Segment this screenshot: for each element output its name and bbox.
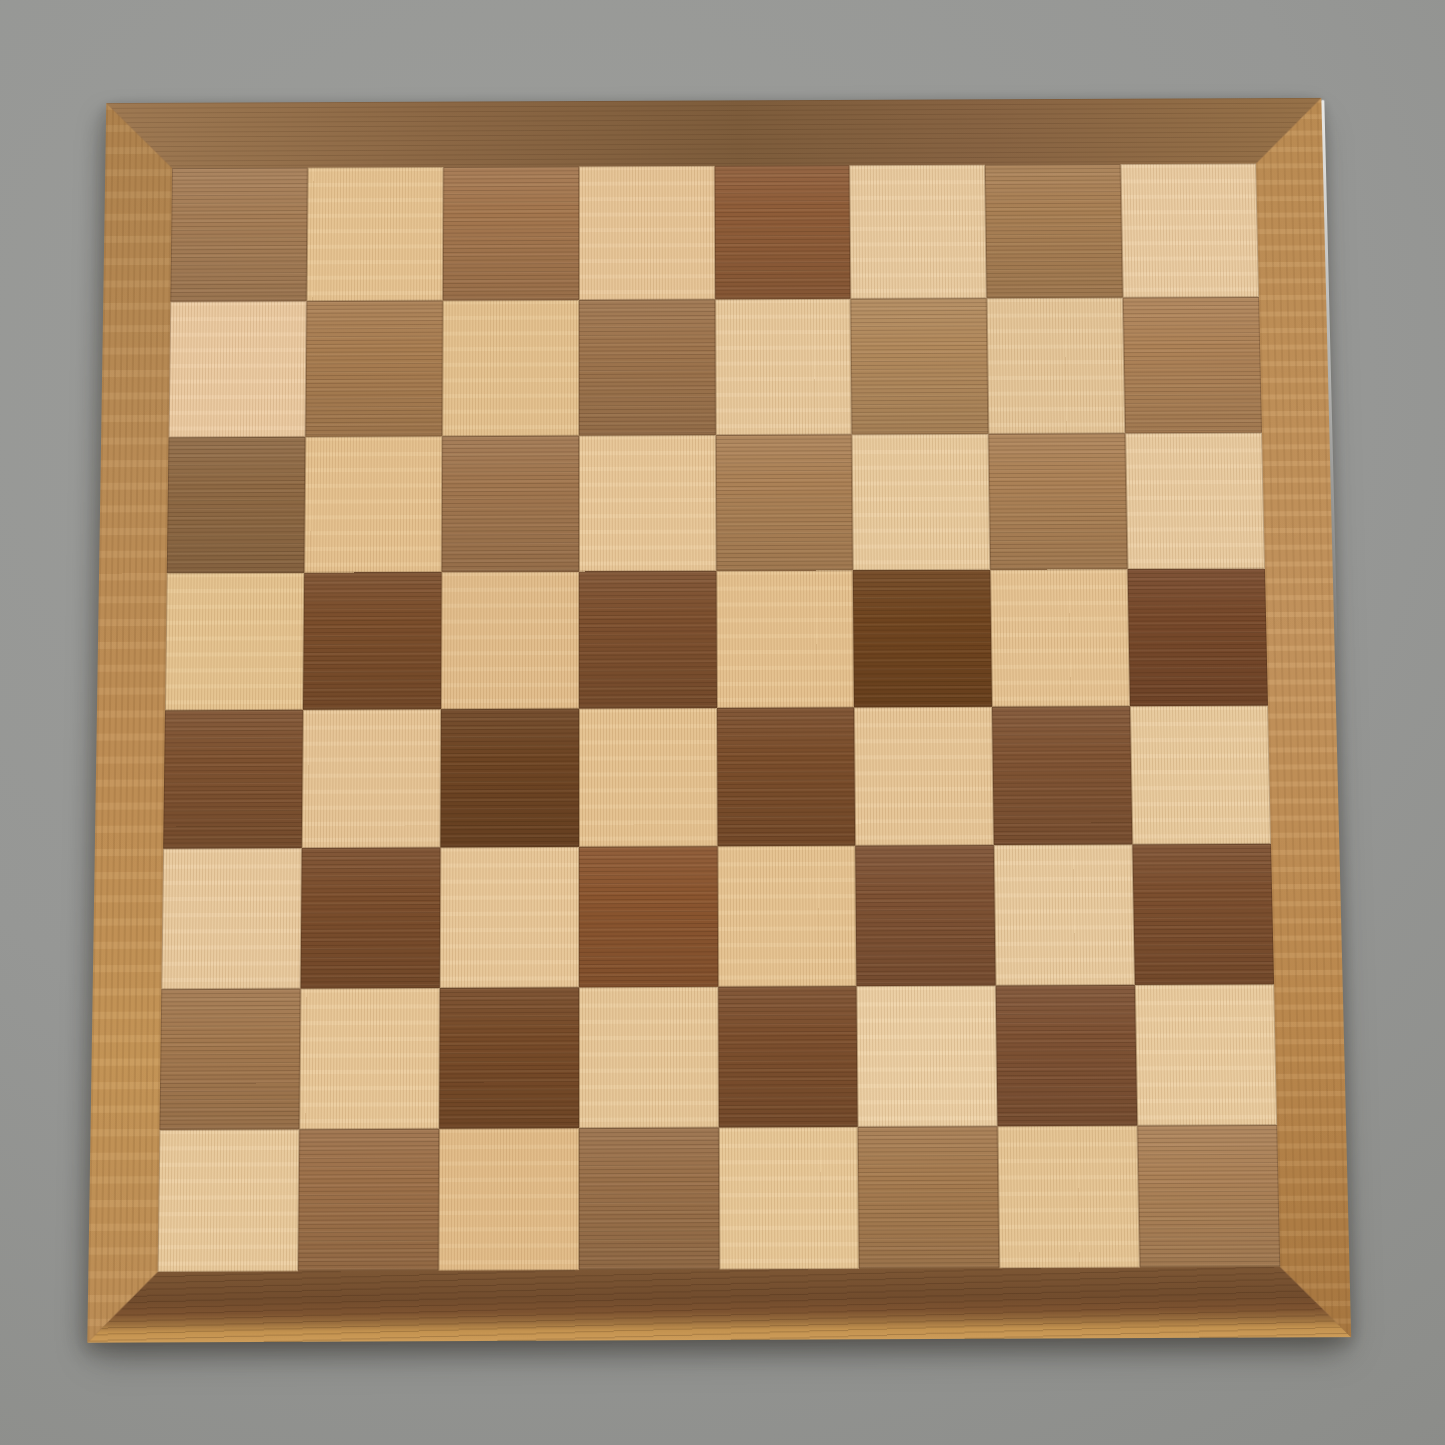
square-f8[interactable] <box>850 165 987 299</box>
square-g1[interactable] <box>998 1125 1140 1268</box>
square-a2[interactable] <box>159 988 300 1130</box>
square-d2[interactable] <box>579 986 719 1128</box>
square-h7[interactable] <box>1123 297 1262 433</box>
square-e8[interactable] <box>714 165 851 299</box>
square-b7[interactable] <box>305 301 442 437</box>
square-c8[interactable] <box>443 166 579 300</box>
square-b5[interactable] <box>303 572 441 710</box>
square-c5[interactable] <box>441 571 579 709</box>
square-h8[interactable] <box>1121 164 1259 298</box>
frame-bottom-rail <box>87 1267 1351 1343</box>
square-d8[interactable] <box>579 166 715 300</box>
square-a1[interactable] <box>158 1129 300 1272</box>
square-f3[interactable] <box>856 845 996 985</box>
square-b4[interactable] <box>302 709 441 848</box>
square-c2[interactable] <box>439 987 579 1129</box>
square-b3[interactable] <box>300 848 440 988</box>
desk-surface <box>0 0 1445 1445</box>
square-c4[interactable] <box>440 709 578 848</box>
frame-top-rail <box>105 98 1323 169</box>
square-c1[interactable] <box>438 1128 578 1271</box>
board-squares-grid <box>158 164 1281 1272</box>
square-g4[interactable] <box>992 706 1132 845</box>
square-a8[interactable] <box>170 168 307 302</box>
square-d4[interactable] <box>579 708 717 847</box>
chessboard <box>87 98 1351 1343</box>
square-b1[interactable] <box>298 1128 439 1271</box>
square-f1[interactable] <box>858 1126 1000 1269</box>
square-g3[interactable] <box>994 845 1135 985</box>
square-f2[interactable] <box>857 985 998 1127</box>
square-e3[interactable] <box>717 846 857 986</box>
square-a6[interactable] <box>167 436 305 573</box>
square-e4[interactable] <box>717 707 856 846</box>
square-c6[interactable] <box>441 435 578 572</box>
square-g2[interactable] <box>996 984 1138 1126</box>
square-h3[interactable] <box>1133 844 1275 984</box>
square-a4[interactable] <box>163 710 303 849</box>
square-a7[interactable] <box>169 301 307 437</box>
square-d5[interactable] <box>579 571 717 709</box>
square-d6[interactable] <box>579 435 716 572</box>
square-e2[interactable] <box>718 986 858 1128</box>
square-h6[interactable] <box>1125 432 1265 569</box>
square-e1[interactable] <box>718 1127 859 1270</box>
square-f5[interactable] <box>853 570 992 708</box>
square-g8[interactable] <box>985 164 1123 298</box>
square-d7[interactable] <box>579 300 716 436</box>
square-h4[interactable] <box>1130 706 1271 845</box>
square-h5[interactable] <box>1128 568 1268 706</box>
square-b2[interactable] <box>299 987 439 1129</box>
square-c3[interactable] <box>440 847 579 987</box>
square-g5[interactable] <box>990 569 1130 707</box>
square-h2[interactable] <box>1135 984 1277 1126</box>
square-b8[interactable] <box>306 167 443 301</box>
square-d1[interactable] <box>579 1127 719 1270</box>
square-h1[interactable] <box>1137 1125 1280 1268</box>
square-g7[interactable] <box>987 298 1125 434</box>
square-a5[interactable] <box>165 572 304 710</box>
square-c7[interactable] <box>442 300 579 436</box>
square-f7[interactable] <box>851 298 989 434</box>
square-e6[interactable] <box>715 434 853 571</box>
square-g6[interactable] <box>989 433 1128 570</box>
square-a3[interactable] <box>161 848 301 988</box>
square-f4[interactable] <box>854 707 994 846</box>
square-e5[interactable] <box>716 570 854 708</box>
square-f6[interactable] <box>852 433 990 570</box>
square-b6[interactable] <box>304 436 442 573</box>
square-e7[interactable] <box>715 299 852 435</box>
square-d3[interactable] <box>579 847 718 987</box>
